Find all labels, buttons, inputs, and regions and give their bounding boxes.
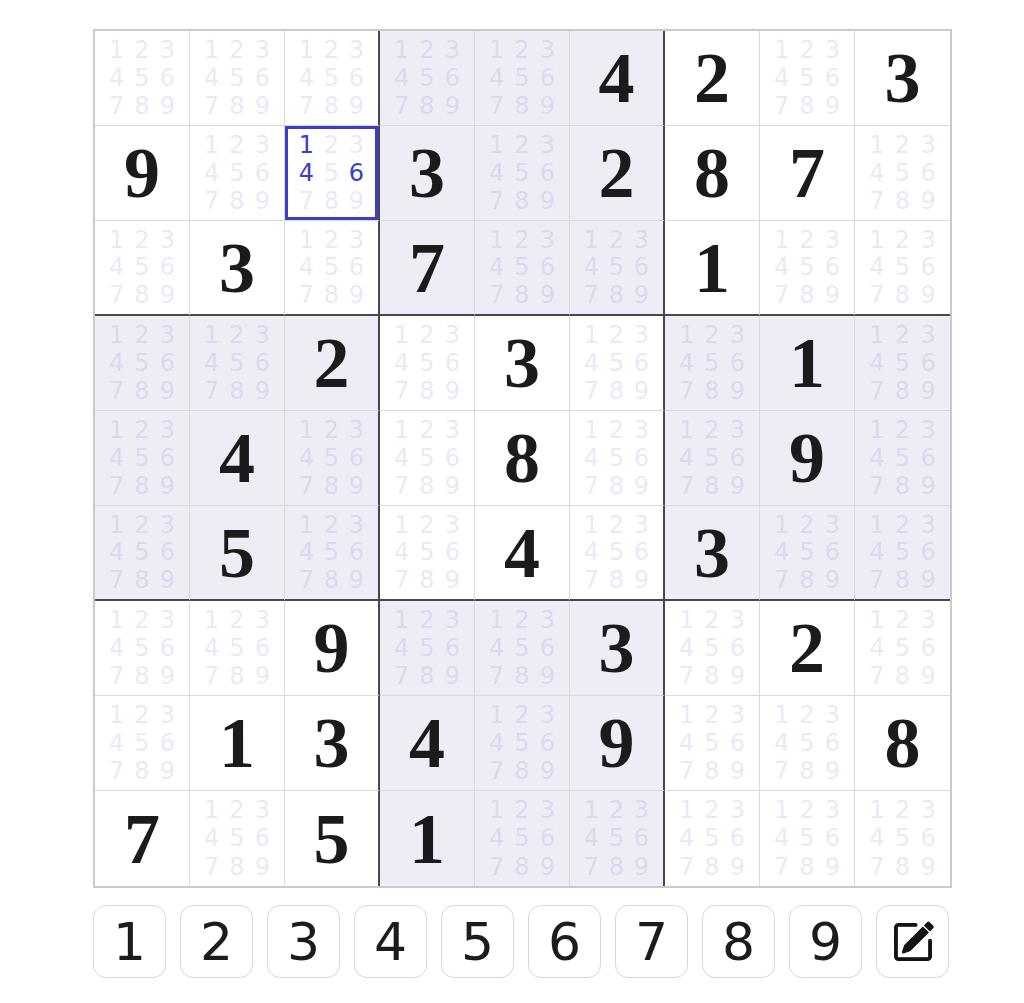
candidate-8: 8	[129, 377, 154, 405]
cell-r4c1[interactable]: 123456789	[95, 316, 190, 411]
cell-r4c8[interactable]: 1	[760, 316, 855, 411]
candidate-9: 9	[820, 757, 845, 785]
cell-r5c5[interactable]: 8	[475, 411, 570, 506]
candidate-9: 9	[629, 377, 654, 405]
pencil-marks: 123456789	[104, 36, 180, 120]
numpad-button-8[interactable]: 8	[702, 905, 775, 978]
numpad-button-3[interactable]: 3	[267, 905, 340, 978]
cell-r8c9[interactable]: 8	[855, 696, 950, 791]
candidate-6: 6	[915, 824, 941, 852]
candidate-7: 7	[769, 566, 794, 594]
candidate-8: 8	[509, 662, 534, 690]
candidate-6: 6	[250, 159, 275, 187]
candidate-9: 9	[725, 472, 750, 500]
cell-r7c8[interactable]: 2	[760, 601, 855, 696]
candidate-9: 9	[725, 662, 750, 690]
candidate-3: 3	[155, 511, 180, 539]
candidate-6: 6	[535, 159, 560, 187]
cell-r5c1[interactable]: 123456789	[95, 411, 190, 506]
candidate-6: 6	[535, 634, 560, 662]
cell-r9c9[interactable]: 123456789	[855, 791, 950, 886]
pencil-marks: 123456789	[104, 226, 180, 309]
pencil-marks: 123456789	[484, 226, 560, 309]
numpad-button-9[interactable]: 9	[789, 905, 862, 978]
candidate-3: 3	[155, 36, 180, 64]
cell-r1c3[interactable]: 123456789	[285, 31, 380, 126]
pencil-square-icon	[892, 921, 934, 963]
candidate-1: 1	[104, 701, 129, 729]
candidate-6: 6	[155, 64, 180, 92]
cell-r7c5[interactable]: 123456789	[475, 601, 570, 696]
candidate-1: 1	[579, 226, 604, 254]
cell-r6c8[interactable]: 123456789	[760, 506, 855, 601]
cell-r1c5[interactable]: 123456789	[475, 31, 570, 126]
cell-r5c3[interactable]: 123456789	[285, 411, 380, 506]
candidate-4: 4	[294, 444, 319, 472]
candidate-8: 8	[224, 377, 249, 405]
candidate-1: 1	[294, 36, 319, 64]
cell-r8c4[interactable]: 4	[380, 696, 475, 791]
candidate-7: 7	[294, 92, 319, 120]
candidate-9: 9	[344, 92, 369, 120]
cell-r7c4[interactable]: 123456789	[380, 601, 475, 696]
cell-r5c6[interactable]: 123456789	[570, 411, 665, 506]
candidate-4: 4	[769, 254, 794, 282]
cell-r2c6[interactable]: 2	[570, 126, 665, 221]
cell-r7c9[interactable]: 123456789	[855, 601, 950, 696]
cell-r3c2[interactable]: 3	[190, 221, 285, 316]
cell-r8c6[interactable]: 9	[570, 696, 665, 791]
candidate-3: 3	[250, 606, 275, 634]
cell-r3c4[interactable]: 7	[380, 221, 475, 316]
candidate-8: 8	[699, 662, 724, 690]
candidate-8: 8	[509, 853, 534, 881]
candidate-7: 7	[389, 566, 414, 594]
cell-r9c7[interactable]: 123456789	[665, 791, 760, 886]
candidate-1: 1	[579, 321, 604, 349]
cell-r9c5[interactable]: 123456789	[475, 791, 570, 886]
candidate-7: 7	[674, 472, 699, 500]
candidate-6: 6	[629, 254, 654, 282]
cell-r1c2[interactable]: 123456789	[190, 31, 285, 126]
cell-r4c9[interactable]: 123456789	[855, 316, 950, 411]
candidate-5: 5	[890, 824, 916, 852]
pencil-marks: 123456789	[484, 131, 560, 215]
candidate-1: 1	[864, 226, 890, 254]
cell-r4c5[interactable]: 3	[475, 316, 570, 411]
pencil-marks: 123456789	[104, 416, 180, 500]
candidate-2: 2	[129, 511, 154, 539]
candidate-2: 2	[414, 416, 439, 444]
pencil-marks: 123456789	[389, 36, 465, 120]
candidate-6: 6	[629, 444, 654, 472]
candidate-9: 9	[725, 377, 750, 405]
candidate-5: 5	[319, 539, 344, 567]
candidate-3: 3	[725, 321, 750, 349]
candidate-7: 7	[674, 662, 699, 690]
candidate-2: 2	[890, 796, 916, 824]
cell-r2c8[interactable]: 7	[760, 126, 855, 221]
cell-r8c3[interactable]: 3	[285, 696, 380, 791]
candidate-4: 4	[484, 634, 509, 662]
cell-value: 2	[760, 601, 854, 695]
candidate-2: 2	[319, 131, 344, 159]
candidate-4: 4	[389, 64, 414, 92]
candidate-1: 1	[389, 321, 414, 349]
candidate-9: 9	[629, 281, 654, 309]
candidate-8: 8	[890, 187, 916, 215]
candidate-4: 4	[579, 824, 604, 852]
candidate-5: 5	[509, 824, 534, 852]
number-pad: 123456789	[93, 905, 949, 978]
candidate-3: 3	[915, 606, 941, 634]
cell-r4c7[interactable]: 123456789	[665, 316, 760, 411]
candidate-4: 4	[579, 539, 604, 567]
cell-value: 9	[285, 601, 378, 695]
candidate-5: 5	[414, 349, 439, 377]
candidate-7: 7	[769, 757, 794, 785]
cell-r7c6[interactable]: 3	[570, 601, 665, 696]
candidate-2: 2	[699, 606, 724, 634]
candidate-2: 2	[890, 226, 916, 254]
cell-r1c8[interactable]: 123456789	[760, 31, 855, 126]
candidate-2: 2	[129, 701, 154, 729]
candidate-4: 4	[484, 159, 509, 187]
candidate-8: 8	[604, 472, 629, 500]
numpad-button-5[interactable]: 5	[441, 905, 514, 978]
numpad-button-6[interactable]: 6	[528, 905, 601, 978]
candidate-7: 7	[104, 472, 129, 500]
candidate-2: 2	[604, 321, 629, 349]
candidate-2: 2	[890, 321, 916, 349]
candidate-8: 8	[509, 757, 534, 785]
pencil-marks: 123456789	[484, 701, 560, 785]
pencil-marks: 123456789	[579, 226, 654, 309]
cell-r4c2[interactable]: 123456789	[190, 316, 285, 411]
candidate-3: 3	[535, 796, 560, 824]
cell-value: 9	[570, 696, 663, 790]
candidate-2: 2	[794, 796, 819, 824]
candidate-9: 9	[535, 662, 560, 690]
cell-value: 9	[95, 126, 189, 220]
candidate-6: 6	[440, 349, 465, 377]
candidate-1: 1	[199, 36, 224, 64]
candidate-4: 4	[104, 64, 129, 92]
numpad-button-4[interactable]: 4	[354, 905, 427, 978]
cell-r3c3[interactable]: 123456789	[285, 221, 380, 316]
candidate-4: 4	[199, 64, 224, 92]
candidate-4: 4	[674, 634, 699, 662]
cell-r3c1[interactable]: 123456789	[95, 221, 190, 316]
candidate-8: 8	[604, 566, 629, 594]
candidate-3: 3	[344, 416, 369, 444]
candidate-5: 5	[890, 634, 916, 662]
cell-r6c6[interactable]: 123456789	[570, 506, 665, 601]
candidate-6: 6	[820, 64, 845, 92]
candidate-6: 6	[440, 634, 465, 662]
cell-r4c6[interactable]: 123456789	[570, 316, 665, 411]
cell-r2c2[interactable]: 123456789	[190, 126, 285, 221]
cell-r1c9[interactable]: 3	[855, 31, 950, 126]
numpad-button-1[interactable]: 1	[93, 905, 166, 978]
pencil-mode-button[interactable]	[876, 905, 949, 978]
candidate-7: 7	[199, 377, 224, 405]
cell-r8c5[interactable]: 123456789	[475, 696, 570, 791]
candidate-1: 1	[199, 796, 224, 824]
candidate-3: 3	[344, 226, 369, 254]
cell-value: 8	[665, 126, 759, 220]
candidate-8: 8	[890, 662, 916, 690]
candidate-2: 2	[794, 511, 819, 539]
candidate-3: 3	[535, 131, 560, 159]
candidate-9: 9	[820, 281, 845, 309]
candidate-8: 8	[890, 281, 916, 309]
cell-r9c8[interactable]: 123456789	[760, 791, 855, 886]
cell-r5c7[interactable]: 123456789	[665, 411, 760, 506]
candidate-5: 5	[794, 729, 819, 757]
numpad-button-7[interactable]: 7	[615, 905, 688, 978]
candidate-4: 4	[674, 349, 699, 377]
cell-r8c8[interactable]: 123456789	[760, 696, 855, 791]
pencil-marks: 123456789	[104, 701, 180, 785]
cell-r3c5[interactable]: 123456789	[475, 221, 570, 316]
candidate-6: 6	[915, 539, 941, 567]
pencil-marks: 123456789	[294, 511, 369, 594]
candidate-3: 3	[725, 796, 750, 824]
candidate-9: 9	[250, 853, 275, 881]
candidate-1: 1	[389, 511, 414, 539]
candidate-2: 2	[414, 606, 439, 634]
candidate-9: 9	[155, 566, 180, 594]
candidate-5: 5	[890, 159, 916, 187]
cell-r9c4[interactable]: 1	[380, 791, 475, 886]
candidate-6: 6	[915, 444, 941, 472]
candidate-6: 6	[344, 159, 369, 187]
candidate-2: 2	[699, 701, 724, 729]
candidate-9: 9	[725, 757, 750, 785]
cell-r2c9[interactable]: 123456789	[855, 126, 950, 221]
candidate-6: 6	[155, 539, 180, 567]
candidate-2: 2	[129, 606, 154, 634]
cell-r5c9[interactable]: 123456789	[855, 411, 950, 506]
candidate-6: 6	[155, 729, 180, 757]
cell-r4c3[interactable]: 2	[285, 316, 380, 411]
cell-r9c3[interactable]: 5	[285, 791, 380, 886]
sudoku-board: 1234567891234567891234567891234567891234…	[93, 29, 952, 888]
cell-r5c4[interactable]: 123456789	[380, 411, 475, 506]
candidate-9: 9	[155, 281, 180, 309]
candidate-1: 1	[579, 796, 604, 824]
cell-r1c6[interactable]: 4	[570, 31, 665, 126]
candidate-4: 4	[484, 824, 509, 852]
candidate-4: 4	[864, 634, 890, 662]
candidate-6: 6	[344, 64, 369, 92]
cell-r6c4[interactable]: 123456789	[380, 506, 475, 601]
cell-r8c1[interactable]: 123456789	[95, 696, 190, 791]
candidate-4: 4	[674, 444, 699, 472]
cell-r5c8[interactable]: 9	[760, 411, 855, 506]
cell-r7c7[interactable]: 123456789	[665, 601, 760, 696]
candidate-7: 7	[294, 187, 319, 215]
candidate-1: 1	[864, 416, 890, 444]
cell-r3c6[interactable]: 123456789	[570, 221, 665, 316]
cell-r7c2[interactable]: 123456789	[190, 601, 285, 696]
candidate-1: 1	[864, 321, 890, 349]
candidate-7: 7	[104, 662, 129, 690]
pencil-marks: 123456789	[484, 796, 560, 881]
candidate-4: 4	[389, 444, 414, 472]
candidate-5: 5	[794, 254, 819, 282]
candidate-2: 2	[604, 511, 629, 539]
cell-r9c2[interactable]: 123456789	[190, 791, 285, 886]
candidate-3: 3	[250, 131, 275, 159]
cell-r1c7[interactable]: 2	[665, 31, 760, 126]
candidate-8: 8	[224, 92, 249, 120]
pencil-marks: 123456789	[389, 511, 465, 594]
candidate-8: 8	[699, 853, 724, 881]
candidate-5: 5	[604, 254, 629, 282]
numpad-button-2[interactable]: 2	[180, 905, 253, 978]
cell-r1c1[interactable]: 123456789	[95, 31, 190, 126]
candidate-2: 2	[319, 36, 344, 64]
cell-value: 1	[380, 791, 474, 886]
cell-r3c9[interactable]: 123456789	[855, 221, 950, 316]
cell-r6c9[interactable]: 123456789	[855, 506, 950, 601]
cell-r6c5[interactable]: 4	[475, 506, 570, 601]
candidate-7: 7	[294, 281, 319, 309]
candidate-9: 9	[629, 853, 654, 881]
cell-r2c5[interactable]: 123456789	[475, 126, 570, 221]
candidate-5: 5	[509, 159, 534, 187]
candidate-1: 1	[769, 226, 794, 254]
candidate-3: 3	[440, 416, 465, 444]
candidate-4: 4	[769, 64, 794, 92]
pencil-marks: 123456789	[104, 511, 180, 594]
pencil-marks: 123456789	[294, 416, 369, 500]
cell-r8c7[interactable]: 123456789	[665, 696, 760, 791]
candidate-9: 9	[155, 92, 180, 120]
candidate-7: 7	[674, 377, 699, 405]
cell-r1c4[interactable]: 123456789	[380, 31, 475, 126]
candidate-5: 5	[794, 539, 819, 567]
candidate-3: 3	[629, 416, 654, 444]
candidate-5: 5	[224, 159, 249, 187]
cell-r7c1[interactable]: 123456789	[95, 601, 190, 696]
pencil-marks: 123456789	[199, 796, 275, 881]
candidate-7: 7	[294, 566, 319, 594]
candidate-2: 2	[699, 796, 724, 824]
cell-r3c8[interactable]: 123456789	[760, 221, 855, 316]
pencil-marks: 123456789	[864, 796, 941, 881]
cell-r6c7[interactable]: 3	[665, 506, 760, 601]
candidate-7: 7	[579, 281, 604, 309]
pencil-marks: 123456789	[864, 321, 941, 405]
candidate-8: 8	[509, 187, 534, 215]
pencil-marks: 123456789	[389, 606, 465, 690]
candidate-6: 6	[820, 729, 845, 757]
candidate-7: 7	[199, 662, 224, 690]
candidate-9: 9	[535, 281, 560, 309]
cell-r2c3[interactable]: 123456789	[285, 126, 380, 221]
cell-value: 3	[285, 696, 378, 790]
candidate-2: 2	[794, 701, 819, 729]
cell-r9c1[interactable]: 7	[95, 791, 190, 886]
cell-r2c4[interactable]: 3	[380, 126, 475, 221]
candidate-8: 8	[890, 377, 916, 405]
candidate-3: 3	[535, 36, 560, 64]
candidate-7: 7	[199, 187, 224, 215]
candidate-2: 2	[604, 416, 629, 444]
cell-r4c4[interactable]: 123456789	[380, 316, 475, 411]
candidate-9: 9	[155, 472, 180, 500]
candidate-9: 9	[155, 377, 180, 405]
cell-r2c7[interactable]: 8	[665, 126, 760, 221]
candidate-2: 2	[794, 36, 819, 64]
pencil-marks: 123456789	[294, 226, 369, 309]
candidate-1: 1	[104, 511, 129, 539]
cell-value: 1	[665, 221, 759, 314]
cell-value: 8	[475, 411, 569, 505]
candidate-2: 2	[604, 796, 629, 824]
candidate-4: 4	[294, 64, 319, 92]
candidate-2: 2	[319, 511, 344, 539]
candidate-1: 1	[104, 606, 129, 634]
pencil-marks: 123456789	[674, 321, 750, 405]
candidate-7: 7	[104, 757, 129, 785]
candidate-8: 8	[699, 757, 724, 785]
cell-value: 7	[95, 791, 189, 886]
candidate-9: 9	[250, 377, 275, 405]
cell-value: 4	[475, 506, 569, 599]
candidate-1: 1	[864, 131, 890, 159]
candidate-5: 5	[890, 254, 916, 282]
candidate-6: 6	[344, 254, 369, 282]
candidate-9: 9	[535, 187, 560, 215]
candidate-3: 3	[440, 606, 465, 634]
candidate-9: 9	[250, 662, 275, 690]
candidate-2: 2	[699, 321, 724, 349]
cell-value: 5	[285, 791, 378, 886]
candidate-3: 3	[440, 36, 465, 64]
cell-r3c7[interactable]: 1	[665, 221, 760, 316]
cell-r6c1[interactable]: 123456789	[95, 506, 190, 601]
pencil-marks: 123456789	[674, 796, 750, 881]
cell-r5c2[interactable]: 4	[190, 411, 285, 506]
candidate-6: 6	[535, 64, 560, 92]
pencil-marks: 123456789	[674, 701, 750, 785]
pencil-marks: 123456789	[864, 606, 941, 690]
candidate-5: 5	[319, 159, 344, 187]
cell-r2c1[interactable]: 9	[95, 126, 190, 221]
candidate-3: 3	[915, 796, 941, 824]
cell-r9c6[interactable]: 123456789	[570, 791, 665, 886]
candidate-9: 9	[535, 853, 560, 881]
candidate-7: 7	[864, 566, 890, 594]
candidate-6: 6	[820, 824, 845, 852]
cell-r6c2[interactable]: 5	[190, 506, 285, 601]
candidate-8: 8	[129, 662, 154, 690]
candidate-8: 8	[794, 566, 819, 594]
cell-r8c2[interactable]: 1	[190, 696, 285, 791]
candidate-8: 8	[794, 92, 819, 120]
candidate-3: 3	[629, 796, 654, 824]
pencil-marks: 123456789	[199, 606, 275, 690]
candidate-2: 2	[509, 131, 534, 159]
cell-r6c3[interactable]: 123456789	[285, 506, 380, 601]
candidate-2: 2	[794, 226, 819, 254]
candidate-5: 5	[509, 254, 534, 282]
cell-r7c3[interactable]: 9	[285, 601, 380, 696]
